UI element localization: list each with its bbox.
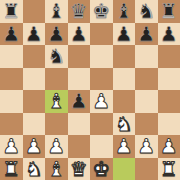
piece-black-knight[interactable]: ♞ [47,45,65,67]
piece-white-queen[interactable]: ♛ [70,158,88,180]
square-h5[interactable] [158,68,181,91]
piece-black-pawn[interactable]: ♟ [47,23,65,45]
square-g1[interactable] [135,158,158,181]
square-c1[interactable]: ♝ [45,158,68,181]
square-h1[interactable]: ♜ [158,158,181,181]
piece-white-pawn[interactable]: ♟ [47,135,65,157]
square-d2[interactable] [68,135,91,158]
square-c2[interactable]: ♟ [45,135,68,158]
piece-black-pawn[interactable]: ♟ [70,90,88,112]
piece-black-pawn[interactable]: ♟ [115,23,133,45]
square-d4[interactable]: ♟ [68,90,91,113]
square-f1[interactable] [113,158,136,181]
square-b6[interactable] [23,45,46,68]
piece-white-pawn[interactable]: ♟ [25,135,43,157]
piece-white-knight[interactable]: ♞ [25,158,43,180]
square-h8[interactable]: ♜ [158,0,181,23]
square-d1[interactable]: ♛ [68,158,91,181]
square-f2[interactable]: ♟ [113,135,136,158]
square-e6[interactable] [90,45,113,68]
square-b3[interactable] [23,113,46,136]
piece-black-pawn[interactable]: ♟ [70,23,88,45]
square-h6[interactable] [158,45,181,68]
square-f4[interactable] [113,90,136,113]
square-c4[interactable]: ♝ [45,90,68,113]
piece-black-pawn[interactable]: ♟ [137,23,155,45]
square-d6[interactable] [68,45,91,68]
square-a6[interactable] [0,45,23,68]
square-c3[interactable] [45,113,68,136]
square-a8[interactable]: ♜ [0,0,23,23]
square-c6[interactable]: ♞ [45,45,68,68]
square-a1[interactable]: ♜ [0,158,23,181]
square-e3[interactable] [90,113,113,136]
square-c8[interactable]: ♝ [45,0,68,23]
piece-white-pawn[interactable]: ♟ [160,135,178,157]
square-e4[interactable]: ♟ [90,90,113,113]
square-b2[interactable]: ♟ [23,135,46,158]
square-f3[interactable]: ♞ [113,113,136,136]
piece-black-rook[interactable]: ♜ [2,0,20,22]
square-e1[interactable]: ♚ [90,158,113,181]
square-f7[interactable]: ♟ [113,23,136,46]
square-g7[interactable]: ♟ [135,23,158,46]
square-f8[interactable]: ♝ [113,0,136,23]
piece-black-pawn[interactable]: ♟ [2,23,20,45]
piece-white-pawn[interactable]: ♟ [92,90,110,112]
piece-black-pawn[interactable]: ♟ [25,23,43,45]
square-f6[interactable] [113,45,136,68]
square-d8[interactable]: ♛ [68,0,91,23]
piece-white-king[interactable]: ♚ [92,158,110,180]
square-h7[interactable]: ♟ [158,23,181,46]
piece-black-knight[interactable]: ♞ [137,0,155,22]
piece-white-rook[interactable]: ♜ [2,158,20,180]
square-a5[interactable] [0,68,23,91]
piece-black-pawn[interactable]: ♟ [160,23,178,45]
square-c5[interactable] [45,68,68,91]
square-d7[interactable]: ♟ [68,23,91,46]
square-e8[interactable]: ♚ [90,0,113,23]
square-d5[interactable] [68,68,91,91]
piece-black-rook[interactable]: ♜ [160,0,178,22]
square-a7[interactable]: ♟ [0,23,23,46]
square-g4[interactable] [135,90,158,113]
square-h2[interactable]: ♟ [158,135,181,158]
chess-board: ♜♝♛♚♝♞♜♟♟♟♟♟♟♟♞♝♟♟♞♟♟♟♟♟♟♜♞♝♛♚♜ [0,0,180,180]
square-g3[interactable] [135,113,158,136]
square-b1[interactable]: ♞ [23,158,46,181]
piece-black-bishop[interactable]: ♝ [47,0,65,22]
piece-black-queen[interactable]: ♛ [70,0,88,22]
square-c7[interactable]: ♟ [45,23,68,46]
square-g6[interactable] [135,45,158,68]
piece-black-bishop[interactable]: ♝ [115,0,133,22]
square-f5[interactable] [113,68,136,91]
square-h4[interactable] [158,90,181,113]
piece-white-pawn[interactable]: ♟ [137,135,155,157]
square-e7[interactable] [90,23,113,46]
piece-black-king[interactable]: ♚ [92,0,110,22]
square-e2[interactable] [90,135,113,158]
square-a4[interactable] [0,90,23,113]
square-g5[interactable] [135,68,158,91]
piece-white-bishop[interactable]: ♝ [47,158,65,180]
piece-white-pawn[interactable]: ♟ [115,135,133,157]
square-a2[interactable]: ♟ [0,135,23,158]
piece-white-rook[interactable]: ♜ [160,158,178,180]
square-g2[interactable]: ♟ [135,135,158,158]
square-b4[interactable] [23,90,46,113]
piece-white-knight[interactable]: ♞ [115,113,133,135]
square-a3[interactable] [0,113,23,136]
square-b5[interactable] [23,68,46,91]
square-d3[interactable] [68,113,91,136]
square-g8[interactable]: ♞ [135,0,158,23]
square-h3[interactable] [158,113,181,136]
piece-white-pawn[interactable]: ♟ [2,135,20,157]
square-b7[interactable]: ♟ [23,23,46,46]
square-b8[interactable] [23,0,46,23]
square-e5[interactable] [90,68,113,91]
piece-white-bishop[interactable]: ♝ [47,90,65,112]
